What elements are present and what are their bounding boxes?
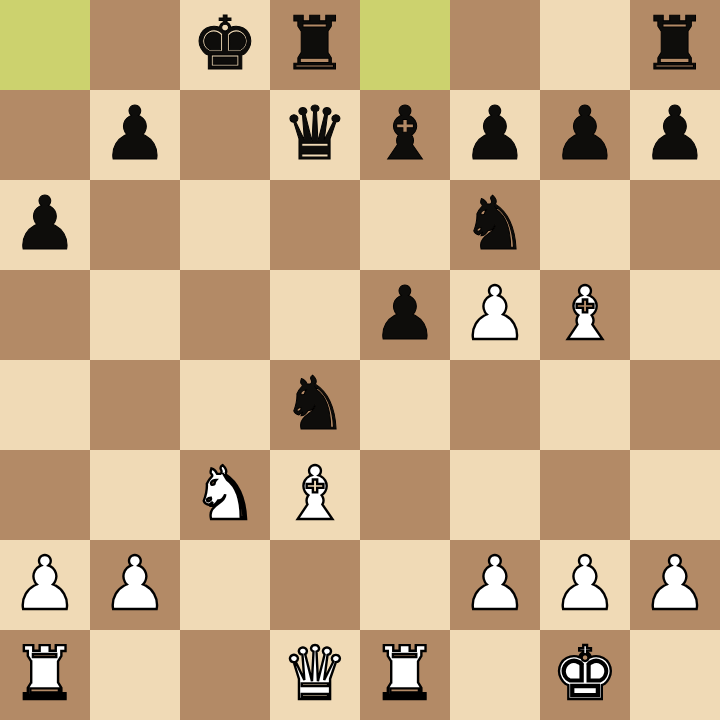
black-pawn-icon[interactable]: ♟	[552, 88, 618, 178]
square-e3[interactable]	[360, 450, 450, 540]
square-d7[interactable]: ♛	[270, 90, 360, 180]
white-pawn-icon[interactable]: ♟	[102, 538, 168, 628]
square-c3[interactable]: ♞	[180, 450, 270, 540]
black-king-icon[interactable]: ♚	[192, 0, 258, 88]
square-d8[interactable]: ♜	[270, 0, 360, 90]
square-h8[interactable]: ♜	[630, 0, 720, 90]
square-e1[interactable]: ♜	[360, 630, 450, 720]
square-f4[interactable]	[450, 360, 540, 450]
white-bishop-icon[interactable]: ♝	[552, 268, 618, 358]
square-e4[interactable]	[360, 360, 450, 450]
square-b8[interactable]	[90, 0, 180, 90]
square-c5[interactable]	[180, 270, 270, 360]
square-g1[interactable]: ♚	[540, 630, 630, 720]
square-e2[interactable]	[360, 540, 450, 630]
square-d4[interactable]: ♞	[270, 360, 360, 450]
square-f7[interactable]: ♟	[450, 90, 540, 180]
square-h6[interactable]	[630, 180, 720, 270]
square-a7[interactable]	[0, 90, 90, 180]
square-e5[interactable]: ♟	[360, 270, 450, 360]
white-king-icon[interactable]: ♚	[552, 628, 618, 718]
square-d5[interactable]	[270, 270, 360, 360]
white-rook-icon[interactable]: ♜	[12, 628, 78, 718]
white-pawn-icon[interactable]: ♟	[462, 538, 528, 628]
square-h7[interactable]: ♟	[630, 90, 720, 180]
white-knight-icon[interactable]: ♞	[192, 448, 258, 538]
white-queen-icon[interactable]: ♛	[282, 628, 348, 718]
square-h3[interactable]	[630, 450, 720, 540]
black-rook-icon[interactable]: ♜	[642, 0, 708, 88]
square-f2[interactable]: ♟	[450, 540, 540, 630]
square-g6[interactable]	[540, 180, 630, 270]
square-f6[interactable]: ♞	[450, 180, 540, 270]
square-g2[interactable]: ♟	[540, 540, 630, 630]
black-pawn-icon[interactable]: ♟	[12, 178, 78, 268]
square-e6[interactable]	[360, 180, 450, 270]
black-knight-icon[interactable]: ♞	[462, 178, 528, 268]
square-c6[interactable]	[180, 180, 270, 270]
square-b2[interactable]: ♟	[90, 540, 180, 630]
square-c1[interactable]	[180, 630, 270, 720]
square-f1[interactable]	[450, 630, 540, 720]
square-d6[interactable]	[270, 180, 360, 270]
black-pawn-icon[interactable]: ♟	[102, 88, 168, 178]
chess-board-wrapper: ♚♜♜♟♛♝♟♟♟♟♞♟♟♝♞♞♝♟♟♟♟♟♜♛♜♚	[0, 0, 720, 720]
square-b6[interactable]	[90, 180, 180, 270]
square-b1[interactable]	[90, 630, 180, 720]
square-h5[interactable]	[630, 270, 720, 360]
square-a2[interactable]: ♟	[0, 540, 90, 630]
black-knight-icon[interactable]: ♞	[282, 358, 348, 448]
square-h4[interactable]	[630, 360, 720, 450]
square-b7[interactable]: ♟	[90, 90, 180, 180]
square-b4[interactable]	[90, 360, 180, 450]
square-g7[interactable]: ♟	[540, 90, 630, 180]
black-queen-icon[interactable]: ♛	[282, 88, 348, 178]
square-e8[interactable]	[360, 0, 450, 90]
chess-board: ♚♜♜♟♛♝♟♟♟♟♞♟♟♝♞♞♝♟♟♟♟♟♜♛♜♚	[0, 0, 720, 720]
black-bishop-icon[interactable]: ♝	[372, 88, 438, 178]
square-d2[interactable]	[270, 540, 360, 630]
square-a5[interactable]	[0, 270, 90, 360]
black-rook-icon[interactable]: ♜	[282, 0, 348, 88]
square-g3[interactable]	[540, 450, 630, 540]
square-g5[interactable]: ♝	[540, 270, 630, 360]
square-a8[interactable]	[0, 0, 90, 90]
white-pawn-icon[interactable]: ♟	[12, 538, 78, 628]
white-rook-icon[interactable]: ♜	[372, 628, 438, 718]
square-f5[interactable]: ♟	[450, 270, 540, 360]
square-c2[interactable]	[180, 540, 270, 630]
square-b5[interactable]	[90, 270, 180, 360]
square-f3[interactable]	[450, 450, 540, 540]
white-pawn-icon[interactable]: ♟	[552, 538, 618, 628]
white-pawn-icon[interactable]: ♟	[462, 268, 528, 358]
square-c7[interactable]	[180, 90, 270, 180]
black-pawn-icon[interactable]: ♟	[372, 268, 438, 358]
square-g4[interactable]	[540, 360, 630, 450]
white-pawn-icon[interactable]: ♟	[642, 538, 708, 628]
square-h1[interactable]	[630, 630, 720, 720]
square-b3[interactable]	[90, 450, 180, 540]
black-pawn-icon[interactable]: ♟	[642, 88, 708, 178]
square-f8[interactable]	[450, 0, 540, 90]
square-h2[interactable]: ♟	[630, 540, 720, 630]
square-a6[interactable]: ♟	[0, 180, 90, 270]
square-g8[interactable]	[540, 0, 630, 90]
square-c4[interactable]	[180, 360, 270, 450]
square-a4[interactable]	[0, 360, 90, 450]
black-pawn-icon[interactable]: ♟	[462, 88, 528, 178]
square-a3[interactable]	[0, 450, 90, 540]
square-e7[interactable]: ♝	[360, 90, 450, 180]
square-d3[interactable]: ♝	[270, 450, 360, 540]
square-d1[interactable]: ♛	[270, 630, 360, 720]
white-bishop-icon[interactable]: ♝	[282, 448, 348, 538]
square-a1[interactable]: ♜	[0, 630, 90, 720]
square-c8[interactable]: ♚	[180, 0, 270, 90]
